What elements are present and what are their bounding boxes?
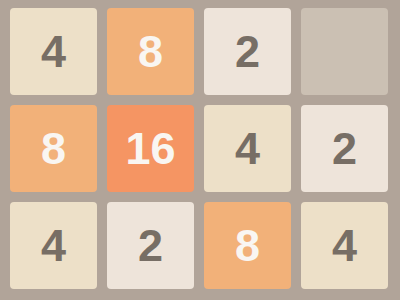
2048-screen: 482816424284 <box>0 0 400 300</box>
tile-2-r3c2: 2 <box>107 202 194 289</box>
2048-board[interactable]: 482816424284 <box>0 0 400 300</box>
tile-4-r3c1: 4 <box>10 202 97 289</box>
empty-cell-r1c4 <box>301 8 388 95</box>
tile-4-r1c1: 4 <box>10 8 97 95</box>
tile-16-r2c2: 16 <box>107 105 194 192</box>
tile-8-r3c3: 8 <box>204 202 291 289</box>
tile-2-r1c3: 2 <box>204 8 291 95</box>
tile-2-r2c4: 2 <box>301 105 388 192</box>
tile-4-r3c4: 4 <box>301 202 388 289</box>
tile-4-r2c3: 4 <box>204 105 291 192</box>
tile-8-r1c2: 8 <box>107 8 194 95</box>
tile-8-r2c1: 8 <box>10 105 97 192</box>
